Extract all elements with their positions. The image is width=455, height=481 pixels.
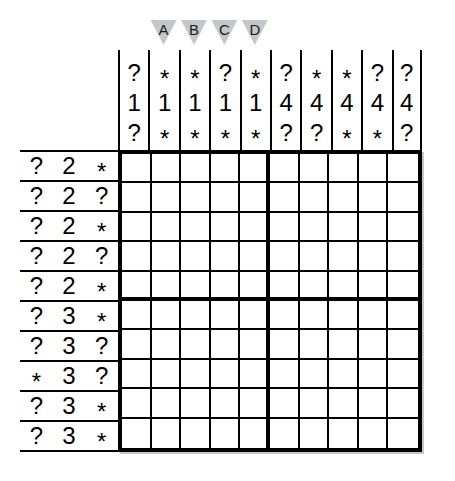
row-clue-10-2: 3 — [53, 422, 86, 450]
cell-r1c5[interactable] — [240, 154, 270, 183]
cell-r7c6[interactable] — [270, 330, 300, 359]
cell-r4c5[interactable] — [240, 242, 270, 271]
cell-r10c6[interactable] — [270, 419, 300, 448]
column-2-clue-stack: *1* — [148, 50, 178, 152]
column-6-clue-stack: ?4? — [270, 50, 300, 152]
cell-r9c1[interactable] — [122, 389, 152, 418]
row-clue-5-3: * — [85, 278, 118, 306]
col-clue-6-1: ? — [272, 58, 300, 88]
row-clue-5-2: 2 — [53, 272, 86, 300]
cell-r1c2[interactable] — [152, 154, 182, 183]
row-clue-8-2: 3 — [53, 362, 86, 390]
cell-r2c6[interactable] — [270, 183, 300, 212]
cell-r9c7[interactable] — [300, 389, 330, 418]
cell-r5c2[interactable] — [152, 272, 182, 301]
col-clue-1-1: ? — [120, 58, 148, 88]
cell-r2c5[interactable] — [240, 183, 270, 212]
puzzle-grid — [118, 150, 422, 452]
cell-r7c4[interactable] — [211, 330, 241, 359]
cell-r9c3[interactable] — [181, 389, 211, 418]
cell-r3c3[interactable] — [181, 213, 211, 242]
row-clue-6-2: 3 — [53, 302, 86, 330]
column-clues: ?1?*1**1*?1**1*?4?*4?*4*?4*?4? — [118, 50, 422, 152]
cell-r5c4[interactable] — [211, 272, 241, 301]
cell-r2c1[interactable] — [122, 183, 152, 212]
cell-r8c6[interactable] — [270, 360, 300, 389]
col-clue-1-3: ? — [120, 118, 148, 148]
col-clue-2-1: * — [150, 64, 178, 94]
row-clue-4-2: 2 — [53, 242, 86, 270]
cell-r1c10[interactable] — [388, 154, 418, 183]
cell-r10c8[interactable] — [329, 419, 359, 448]
cell-r2c8[interactable] — [329, 183, 359, 212]
cell-r5c8[interactable] — [329, 272, 359, 301]
row-clue-4-3: ? — [85, 242, 118, 270]
row-clue-3-1: ? — [20, 212, 53, 240]
column-1-clue-stack: ?1? — [118, 50, 148, 152]
cell-r6c5[interactable] — [240, 301, 270, 330]
row-clue-2-2: 2 — [53, 182, 86, 210]
row-1-clue-strip: ?2* — [20, 150, 118, 180]
row-clue-10-3: * — [85, 428, 118, 456]
cell-r8c4[interactable] — [211, 360, 241, 389]
cell-r3c1[interactable] — [122, 213, 152, 242]
row-clue-1-1: ? — [20, 152, 53, 180]
cell-r3c10[interactable] — [388, 213, 418, 242]
col-clue-4-2: 1 — [211, 88, 239, 118]
cell-r5c10[interactable] — [388, 272, 418, 301]
row-clue-3-3: * — [85, 218, 118, 246]
cell-r8c9[interactable] — [359, 360, 389, 389]
column-5-clue-stack: *1* — [240, 50, 270, 152]
column-7-clue-stack: *4? — [300, 50, 330, 152]
marker-d: D — [242, 20, 268, 45]
row-clue-5-1: ? — [20, 272, 53, 300]
col-clue-6-3: ? — [272, 118, 300, 148]
row-5-clue-strip: ?2* — [20, 270, 118, 300]
row-clue-4-1: ? — [20, 242, 53, 270]
cell-r10c1[interactable] — [122, 419, 152, 448]
column-4-clue-stack: ?1* — [209, 50, 239, 152]
cell-r1c6[interactable] — [270, 154, 300, 183]
cell-r2c4[interactable] — [211, 183, 241, 212]
cell-r6c8[interactable] — [329, 301, 359, 330]
cell-r5c7[interactable] — [300, 272, 330, 301]
col-clue-8-1: * — [333, 64, 361, 94]
cell-r3c7[interactable] — [300, 213, 330, 242]
cell-r3c2[interactable] — [152, 213, 182, 242]
row-clue-8-1: * — [20, 368, 53, 396]
cell-r5c1[interactable] — [122, 272, 152, 301]
puzzle-page: ABCD ?1?*1**1*?1**1*?4?*4?*4*?4*?4? ?2*?… — [0, 0, 455, 481]
marker-d-label: D — [242, 22, 268, 37]
marker-b: B — [181, 20, 207, 45]
cell-r6c9[interactable] — [359, 301, 389, 330]
cell-r8c7[interactable] — [300, 360, 330, 389]
cell-r2c10[interactable] — [388, 183, 418, 212]
cell-r4c4[interactable] — [211, 242, 241, 271]
col-clue-3-1: * — [181, 64, 209, 94]
cell-r10c9[interactable] — [359, 419, 389, 448]
cell-r1c7[interactable] — [300, 154, 330, 183]
row-clue-9-1: ? — [20, 392, 53, 420]
col-clue-4-1: ? — [211, 58, 239, 88]
cell-r3c9[interactable] — [359, 213, 389, 242]
cell-r10c4[interactable] — [211, 419, 241, 448]
cell-r5c9[interactable] — [359, 272, 389, 301]
cell-r9c10[interactable] — [388, 389, 418, 418]
cell-r1c3[interactable] — [181, 154, 211, 183]
cell-r1c1[interactable] — [122, 154, 152, 183]
row-clue-9-2: 3 — [53, 392, 86, 420]
row-clue-7-2: 3 — [53, 332, 86, 360]
cell-r1c4[interactable] — [211, 154, 241, 183]
cell-r3c8[interactable] — [329, 213, 359, 242]
cell-r4c3[interactable] — [181, 242, 211, 271]
cell-r4c7[interactable] — [300, 242, 330, 271]
cell-r2c7[interactable] — [300, 183, 330, 212]
cell-r5c6[interactable] — [270, 272, 300, 301]
cell-r4c6[interactable] — [270, 242, 300, 271]
cell-r8c5[interactable] — [240, 360, 270, 389]
cell-r4c1[interactable] — [122, 242, 152, 271]
cell-r6c3[interactable] — [181, 301, 211, 330]
col-clue-7-1: * — [302, 64, 330, 94]
column-9-clue-stack: ?4* — [361, 50, 391, 152]
cell-r9c5[interactable] — [240, 389, 270, 418]
cell-r7c7[interactable] — [300, 330, 330, 359]
cell-r4c8[interactable] — [329, 242, 359, 271]
cell-r7c5[interactable] — [240, 330, 270, 359]
cell-r10c7[interactable] — [300, 419, 330, 448]
column-8-clue-stack: *4* — [331, 50, 361, 152]
row-clue-7-3: ? — [85, 332, 118, 360]
cell-r5c3[interactable] — [181, 272, 211, 301]
cell-r7c8[interactable] — [329, 330, 359, 359]
cell-r2c3[interactable] — [181, 183, 211, 212]
row-3-clue-strip: ?2* — [20, 210, 118, 240]
cell-r10c10[interactable] — [388, 419, 418, 448]
cell-r9c2[interactable] — [152, 389, 182, 418]
cell-r6c6[interactable] — [270, 301, 300, 330]
cell-r7c2[interactable] — [152, 330, 182, 359]
marker-c-label: C — [211, 22, 237, 37]
cell-r4c9[interactable] — [359, 242, 389, 271]
row-8-clue-strip: *3? — [20, 360, 118, 390]
marker-c: C — [211, 20, 237, 45]
col-clue-10-3: ? — [394, 118, 420, 148]
cell-r6c1[interactable] — [122, 301, 152, 330]
cell-r3c5[interactable] — [240, 213, 270, 242]
row-clue-6-3: * — [85, 308, 118, 336]
cell-r7c10[interactable] — [388, 330, 418, 359]
marker-a: A — [151, 20, 177, 45]
cell-r8c8[interactable] — [329, 360, 359, 389]
row-clue-1-2: 2 — [53, 152, 86, 180]
row-clue-8-3: ? — [85, 362, 118, 390]
col-clue-5-1: * — [242, 64, 270, 94]
cell-r3c6[interactable] — [270, 213, 300, 242]
row-clue-3-2: 2 — [53, 212, 86, 240]
column-3-clue-stack: *1* — [179, 50, 209, 152]
row-clue-10-1: ? — [20, 422, 53, 450]
cell-r8c2[interactable] — [152, 360, 182, 389]
cell-r7c3[interactable] — [181, 330, 211, 359]
cell-r5c5[interactable] — [240, 272, 270, 301]
col-clue-7-3: ? — [302, 118, 330, 148]
row-clue-6-1: ? — [20, 302, 53, 330]
cell-r8c1[interactable] — [122, 360, 152, 389]
cell-r9c8[interactable] — [329, 389, 359, 418]
col-clue-9-1: ? — [363, 58, 391, 88]
cell-r9c6[interactable] — [270, 389, 300, 418]
cell-r10c5[interactable] — [240, 419, 270, 448]
column-10-clue-stack: ?4? — [392, 50, 422, 152]
cell-r8c3[interactable] — [181, 360, 211, 389]
cell-r6c10[interactable] — [388, 301, 418, 330]
cell-r1c9[interactable] — [359, 154, 389, 183]
row-clue-9-3: * — [85, 398, 118, 426]
cell-r9c4[interactable] — [211, 389, 241, 418]
marker-a-label: A — [151, 22, 177, 37]
cell-r7c1[interactable] — [122, 330, 152, 359]
cell-r2c9[interactable] — [359, 183, 389, 212]
row-clue-7-1: ? — [20, 332, 53, 360]
cell-r1c8[interactable] — [329, 154, 359, 183]
row-clues: ?2*?2??2*?2??2*?3*?3?*3??3*?3* — [20, 150, 118, 452]
row-clue-1-3: * — [85, 158, 118, 186]
col-clue-10-2: 4 — [394, 88, 420, 118]
row-clue-2-3: ? — [85, 182, 118, 210]
cell-r7c9[interactable] — [359, 330, 389, 359]
col-clue-9-2: 4 — [363, 88, 391, 118]
col-clue-10-1: ? — [394, 58, 420, 88]
cell-r9c9[interactable] — [359, 389, 389, 418]
cell-r2c2[interactable] — [152, 183, 182, 212]
cell-r6c7[interactable] — [300, 301, 330, 330]
cell-r4c10[interactable] — [388, 242, 418, 271]
marker-b-label: B — [181, 22, 207, 37]
row-clue-2-1: ? — [20, 182, 53, 210]
cell-r10c3[interactable] — [181, 419, 211, 448]
cell-r6c4[interactable] — [211, 301, 241, 330]
cell-r4c2[interactable] — [152, 242, 182, 271]
cell-r10c2[interactable] — [152, 419, 182, 448]
cell-r3c4[interactable] — [211, 213, 241, 242]
cell-r6c2[interactable] — [152, 301, 182, 330]
col-clue-6-2: 4 — [272, 88, 300, 118]
col-clue-1-2: 1 — [120, 88, 148, 118]
cell-r8c10[interactable] — [388, 360, 418, 389]
